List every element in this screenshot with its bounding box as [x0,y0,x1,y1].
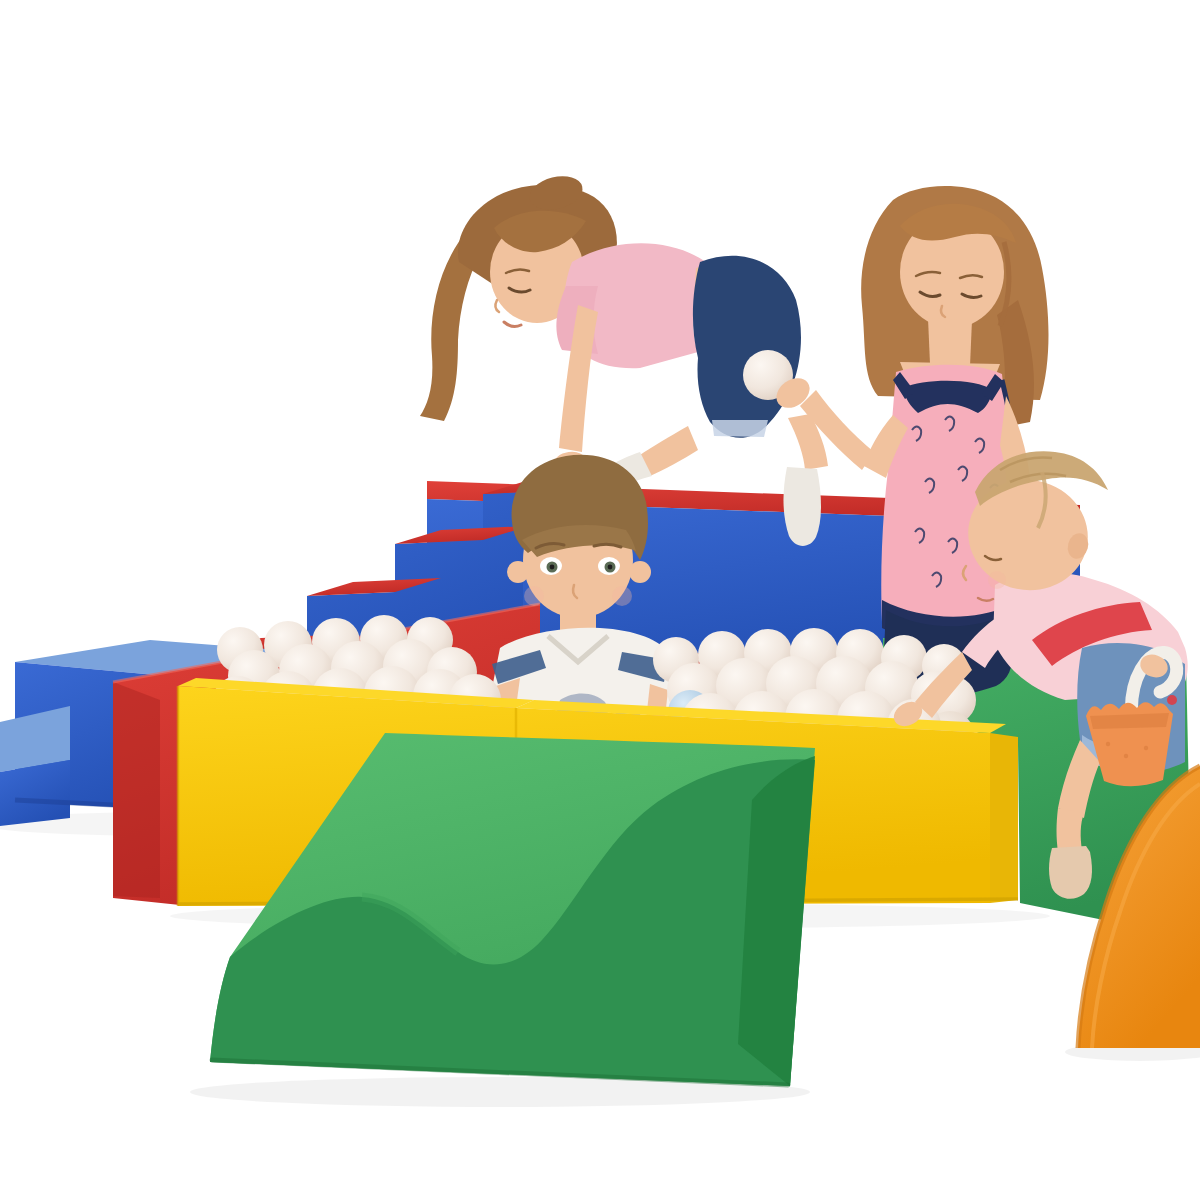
neck [928,318,972,366]
yellow-fold [990,733,1018,903]
shin [1057,808,1085,852]
ear-right [629,561,651,583]
shorts-hem [712,420,768,437]
bucket-texture [1106,742,1110,746]
cheek [524,586,544,606]
white-sock-hanging [783,467,821,546]
ear-left [507,561,529,583]
beige-sock [1049,846,1092,899]
cheek [988,571,1006,589]
red-wall-end [113,682,160,898]
soft-play-scene [0,0,1200,1200]
shorts-patch [1167,695,1177,705]
pupil [608,565,613,570]
pupil [550,565,555,570]
cheek [612,586,632,606]
bucket-texture [1124,754,1128,758]
photo-stage [0,0,1200,1200]
bucket-texture [1144,746,1148,750]
